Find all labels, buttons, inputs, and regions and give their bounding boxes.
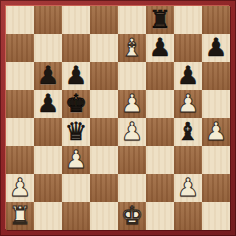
square-h6[interactable] [202,62,230,90]
square-g1[interactable] [174,202,202,230]
piece-black-pawn[interactable]: ♟ [34,90,62,118]
square-c7[interactable] [62,34,90,62]
square-e5[interactable]: ♟ [118,90,146,118]
square-b3[interactable] [34,146,62,174]
square-f4[interactable] [146,118,174,146]
square-b8[interactable] [34,6,62,34]
square-e3[interactable] [118,146,146,174]
piece-white-pawn[interactable]: ♟ [118,118,146,146]
piece-black-pawn[interactable]: ♟ [174,62,202,90]
square-a4[interactable] [6,118,34,146]
square-c1[interactable] [62,202,90,230]
square-c2[interactable] [62,174,90,202]
square-h5[interactable] [202,90,230,118]
square-d7[interactable] [90,34,118,62]
square-h7[interactable]: ♟ [202,34,230,62]
square-d8[interactable] [90,6,118,34]
piece-black-pawn[interactable]: ♟ [34,62,62,90]
piece-white-pawn[interactable]: ♟ [6,174,34,202]
square-a2[interactable]: ♟ [6,174,34,202]
square-a8[interactable] [6,6,34,34]
square-d5[interactable] [90,90,118,118]
piece-black-bishop[interactable]: ♝ [174,118,202,146]
square-b1[interactable] [34,202,62,230]
square-e6[interactable] [118,62,146,90]
square-h1[interactable] [202,202,230,230]
square-a1[interactable]: ♜ [6,202,34,230]
square-f1[interactable] [146,202,174,230]
square-f6[interactable] [146,62,174,90]
chess-board: ♜♝♟♟♟♟♟♟♚♟♟♛♟♝♟♟♟♟♜♚ [6,6,230,230]
square-b5[interactable]: ♟ [34,90,62,118]
square-e2[interactable] [118,174,146,202]
square-f7[interactable]: ♟ [146,34,174,62]
square-d3[interactable] [90,146,118,174]
piece-white-rook[interactable]: ♜ [6,202,34,230]
piece-black-pawn[interactable]: ♟ [202,34,230,62]
square-g2[interactable]: ♟ [174,174,202,202]
square-f8[interactable]: ♜ [146,6,174,34]
square-c4[interactable]: ♛ [62,118,90,146]
board-frame: ♜♝♟♟♟♟♟♟♚♟♟♛♟♝♟♟♟♟♜♚ [0,0,236,236]
piece-white-pawn[interactable]: ♟ [174,90,202,118]
square-b2[interactable] [34,174,62,202]
square-g7[interactable] [174,34,202,62]
piece-black-rook[interactable]: ♜ [146,6,174,34]
square-f2[interactable] [146,174,174,202]
square-e7[interactable]: ♝ [118,34,146,62]
square-d2[interactable] [90,174,118,202]
square-g6[interactable]: ♟ [174,62,202,90]
square-f5[interactable] [146,90,174,118]
piece-black-king[interactable]: ♚ [62,90,90,118]
square-b4[interactable] [34,118,62,146]
square-h4[interactable]: ♟ [202,118,230,146]
square-f3[interactable] [146,146,174,174]
piece-black-pawn[interactable]: ♟ [62,62,90,90]
piece-white-king[interactable]: ♚ [118,202,146,230]
square-h8[interactable] [202,6,230,34]
square-a3[interactable] [6,146,34,174]
square-a6[interactable] [6,62,34,90]
square-h2[interactable] [202,174,230,202]
square-g8[interactable] [174,6,202,34]
square-e4[interactable]: ♟ [118,118,146,146]
square-h3[interactable] [202,146,230,174]
square-a5[interactable] [6,90,34,118]
square-e8[interactable] [118,6,146,34]
square-a7[interactable] [6,34,34,62]
square-g4[interactable]: ♝ [174,118,202,146]
piece-black-pawn[interactable]: ♟ [146,34,174,62]
square-g5[interactable]: ♟ [174,90,202,118]
square-c8[interactable] [62,6,90,34]
square-e1[interactable]: ♚ [118,202,146,230]
square-d6[interactable] [90,62,118,90]
square-c6[interactable]: ♟ [62,62,90,90]
square-b7[interactable] [34,34,62,62]
piece-white-pawn[interactable]: ♟ [202,118,230,146]
piece-white-pawn[interactable]: ♟ [62,146,90,174]
piece-white-bishop[interactable]: ♝ [118,34,146,62]
square-d4[interactable] [90,118,118,146]
square-b6[interactable]: ♟ [34,62,62,90]
piece-black-queen[interactable]: ♛ [62,118,90,146]
square-c5[interactable]: ♚ [62,90,90,118]
piece-white-pawn[interactable]: ♟ [174,174,202,202]
square-g3[interactable] [174,146,202,174]
square-d1[interactable] [90,202,118,230]
square-c3[interactable]: ♟ [62,146,90,174]
piece-white-pawn[interactable]: ♟ [118,90,146,118]
